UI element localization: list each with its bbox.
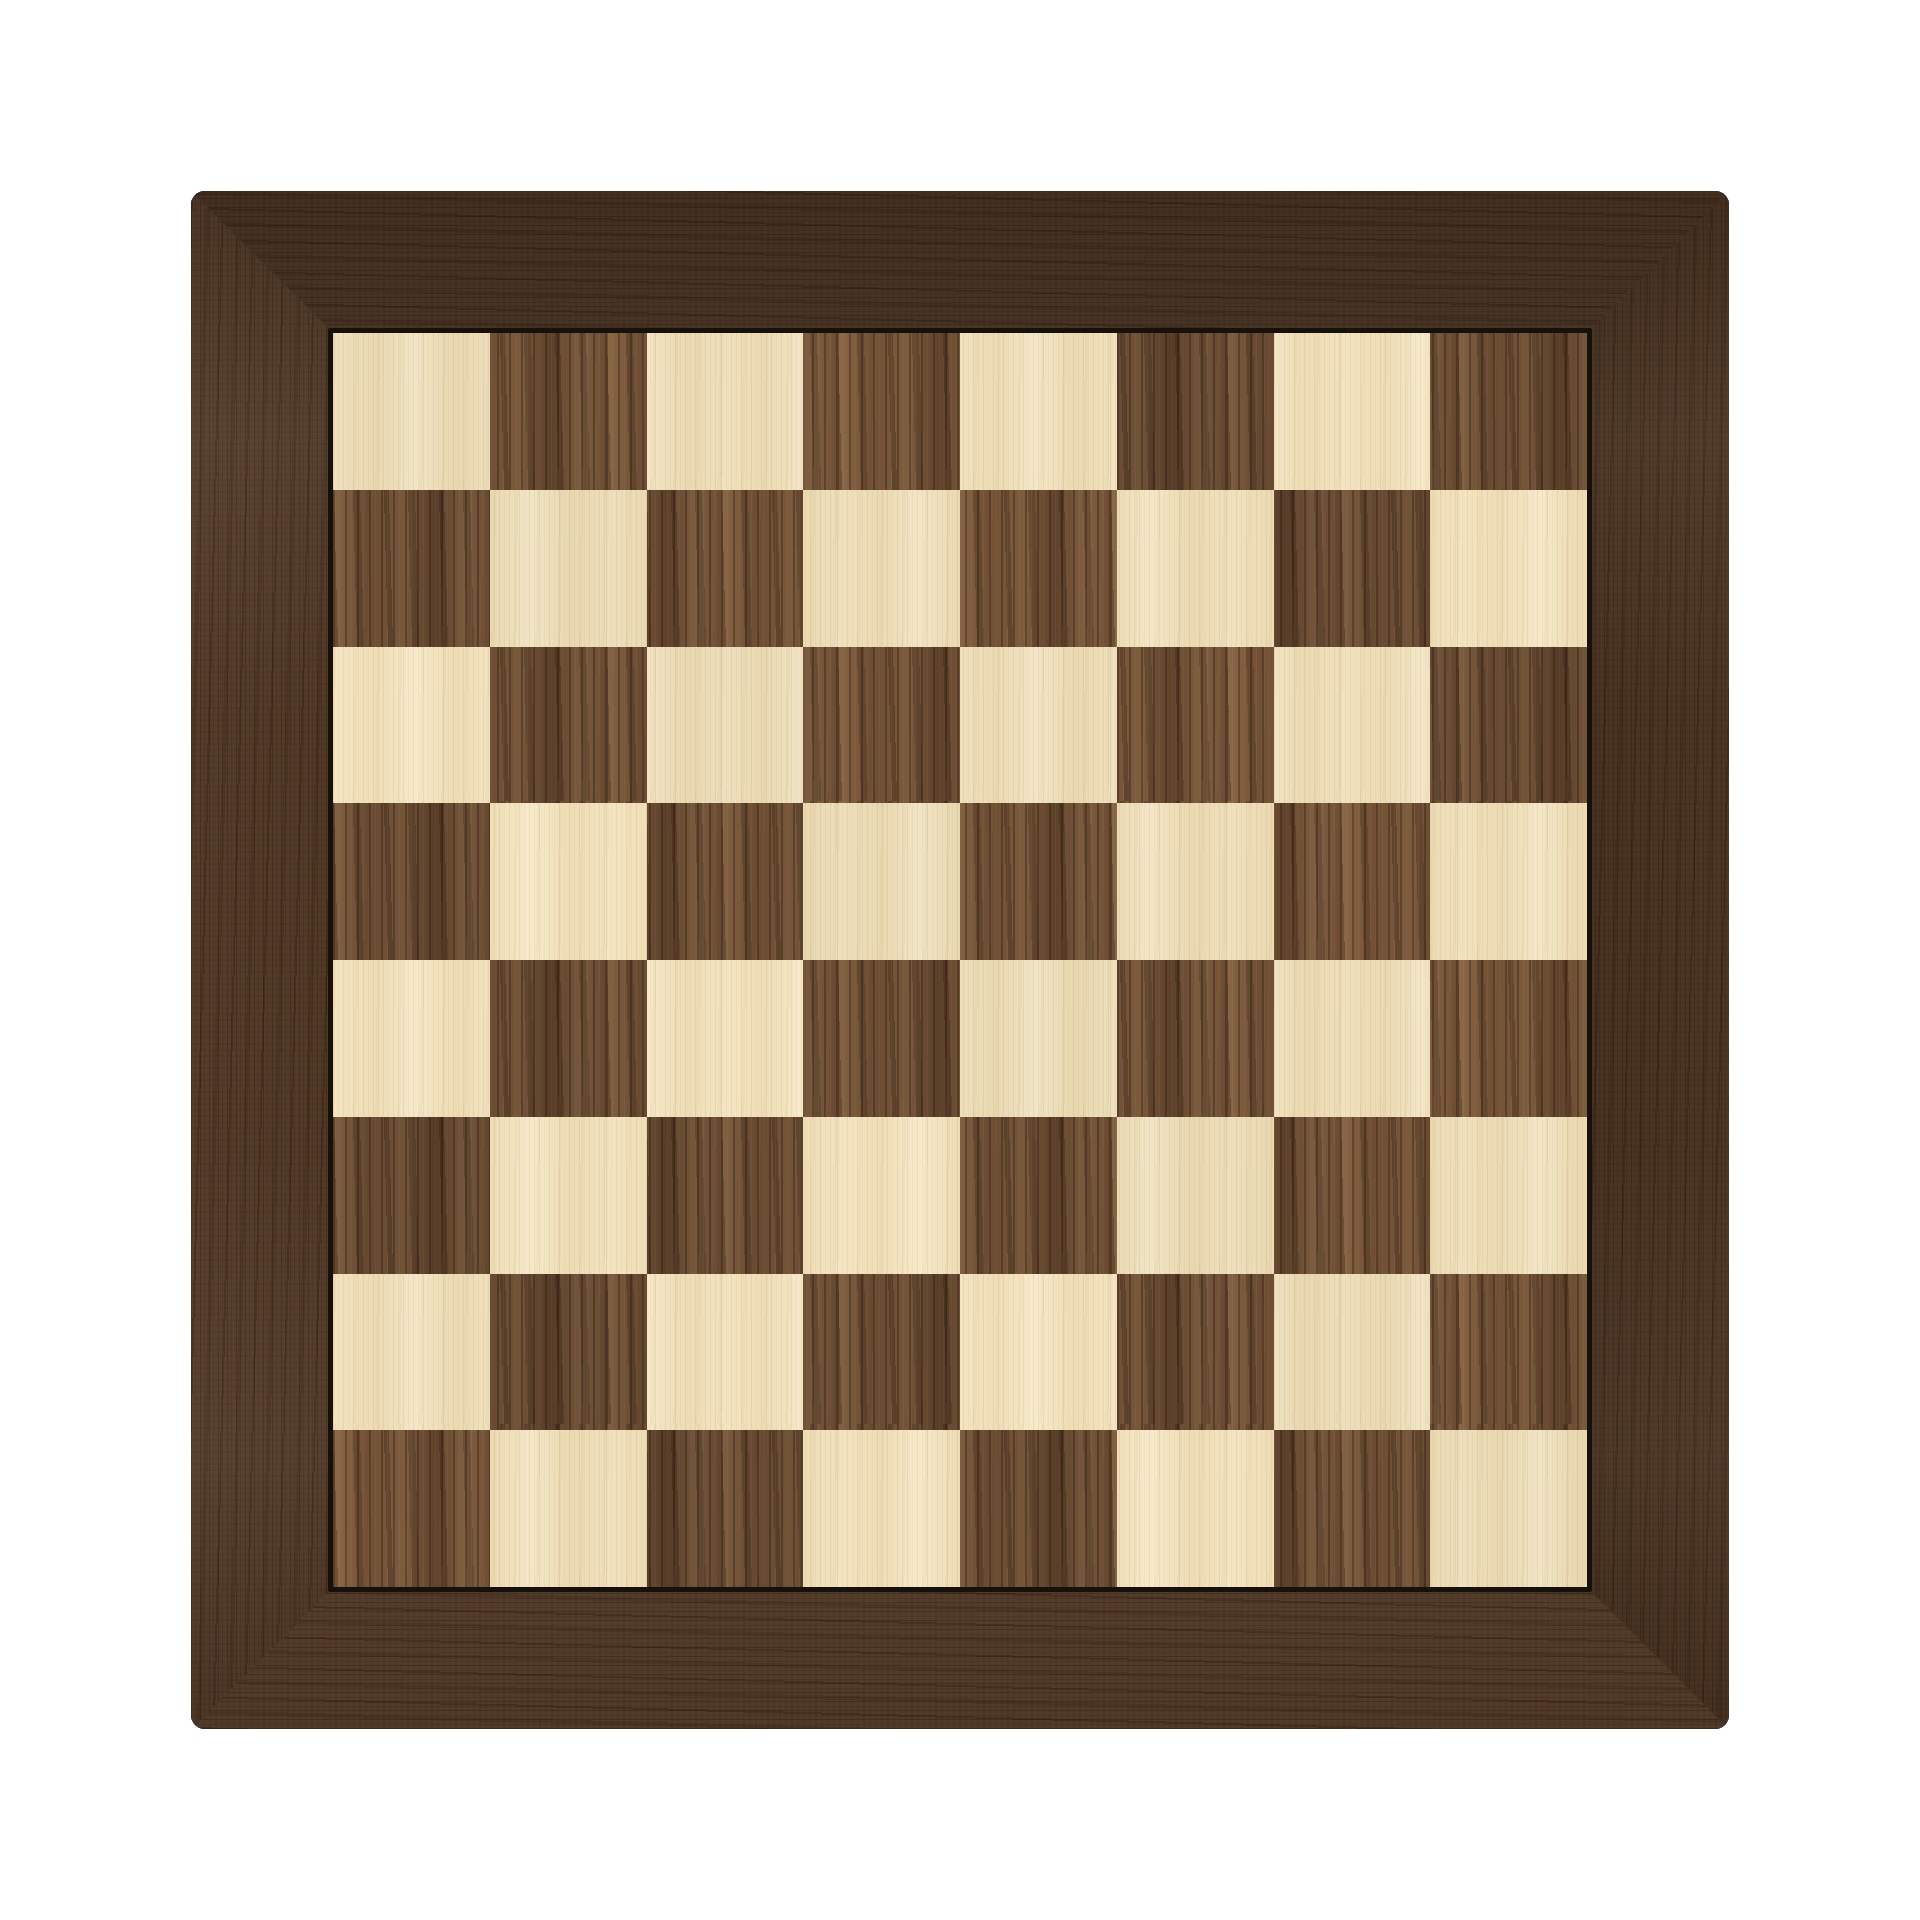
square-d3[interactable] bbox=[803, 1117, 960, 1274]
square-e1[interactable] bbox=[960, 1430, 1117, 1587]
square-g8[interactable] bbox=[1274, 333, 1431, 490]
square-e4[interactable] bbox=[960, 960, 1117, 1117]
square-c1[interactable] bbox=[647, 1430, 804, 1587]
square-h2[interactable] bbox=[1430, 1274, 1587, 1431]
square-c6[interactable] bbox=[647, 647, 804, 804]
square-h6[interactable] bbox=[1430, 647, 1587, 804]
square-h1[interactable] bbox=[1430, 1430, 1587, 1587]
square-f1[interactable] bbox=[1117, 1430, 1274, 1587]
square-d7[interactable] bbox=[803, 490, 960, 647]
square-d1[interactable] bbox=[803, 1430, 960, 1587]
square-b6[interactable] bbox=[490, 647, 647, 804]
square-a8[interactable] bbox=[333, 333, 490, 490]
square-a4[interactable] bbox=[333, 960, 490, 1117]
square-h4[interactable] bbox=[1430, 960, 1587, 1117]
square-c2[interactable] bbox=[647, 1274, 804, 1431]
square-g3[interactable] bbox=[1274, 1117, 1431, 1274]
square-a7[interactable] bbox=[333, 490, 490, 647]
square-c4[interactable] bbox=[647, 960, 804, 1117]
chess-board bbox=[333, 333, 1587, 1587]
square-b1[interactable] bbox=[490, 1430, 647, 1587]
square-e7[interactable] bbox=[960, 490, 1117, 647]
square-a2[interactable] bbox=[333, 1274, 490, 1431]
square-g7[interactable] bbox=[1274, 490, 1431, 647]
square-b7[interactable] bbox=[490, 490, 647, 647]
square-f5[interactable] bbox=[1117, 803, 1274, 960]
square-h5[interactable] bbox=[1430, 803, 1587, 960]
square-b5[interactable] bbox=[490, 803, 647, 960]
square-a5[interactable] bbox=[333, 803, 490, 960]
square-g2[interactable] bbox=[1274, 1274, 1431, 1431]
square-d8[interactable] bbox=[803, 333, 960, 490]
square-g6[interactable] bbox=[1274, 647, 1431, 804]
square-e6[interactable] bbox=[960, 647, 1117, 804]
square-b8[interactable] bbox=[490, 333, 647, 490]
square-e5[interactable] bbox=[960, 803, 1117, 960]
chessboard-photo bbox=[191, 191, 1729, 1729]
square-a1[interactable] bbox=[333, 1430, 490, 1587]
square-f2[interactable] bbox=[1117, 1274, 1274, 1431]
square-c8[interactable] bbox=[647, 333, 804, 490]
square-b2[interactable] bbox=[490, 1274, 647, 1431]
square-f7[interactable] bbox=[1117, 490, 1274, 647]
square-e8[interactable] bbox=[960, 333, 1117, 490]
square-b3[interactable] bbox=[490, 1117, 647, 1274]
square-e2[interactable] bbox=[960, 1274, 1117, 1431]
square-d5[interactable] bbox=[803, 803, 960, 960]
square-h7[interactable] bbox=[1430, 490, 1587, 647]
square-d2[interactable] bbox=[803, 1274, 960, 1431]
square-c5[interactable] bbox=[647, 803, 804, 960]
square-h3[interactable] bbox=[1430, 1117, 1587, 1274]
square-f8[interactable] bbox=[1117, 333, 1274, 490]
square-h8[interactable] bbox=[1430, 333, 1587, 490]
square-a3[interactable] bbox=[333, 1117, 490, 1274]
board-fillet bbox=[328, 328, 1592, 1592]
square-c3[interactable] bbox=[647, 1117, 804, 1274]
square-e3[interactable] bbox=[960, 1117, 1117, 1274]
square-f4[interactable] bbox=[1117, 960, 1274, 1117]
square-b4[interactable] bbox=[490, 960, 647, 1117]
square-g5[interactable] bbox=[1274, 803, 1431, 960]
square-f3[interactable] bbox=[1117, 1117, 1274, 1274]
square-d4[interactable] bbox=[803, 960, 960, 1117]
square-f6[interactable] bbox=[1117, 647, 1274, 804]
square-a6[interactable] bbox=[333, 647, 490, 804]
square-c7[interactable] bbox=[647, 490, 804, 647]
square-d6[interactable] bbox=[803, 647, 960, 804]
board-frame bbox=[191, 191, 1729, 1729]
square-g4[interactable] bbox=[1274, 960, 1431, 1117]
square-g1[interactable] bbox=[1274, 1430, 1431, 1587]
